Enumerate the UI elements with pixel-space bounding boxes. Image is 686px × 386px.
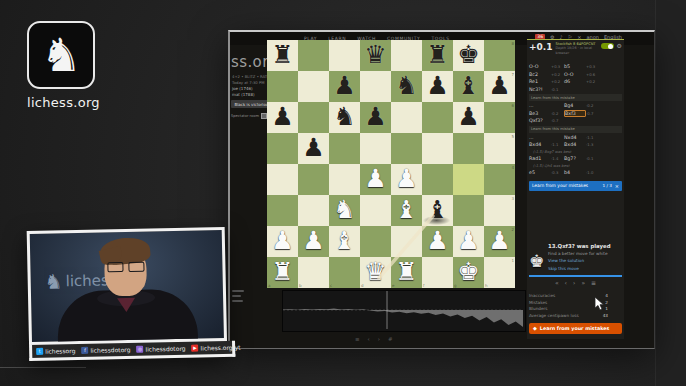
social-handle-youtube[interactable]: ▶lichess.org/yt	[191, 344, 240, 352]
channel-branding: ♞ lichess.org	[27, 21, 97, 110]
stream-frame: ♞ lichess.org PLAYLEARNWATCHCOMMUNITYTOO…	[0, 0, 686, 386]
eval-cell: -1.1	[551, 142, 564, 147]
prev-icon[interactable]: ‹	[368, 336, 370, 342]
chat-message-placeholder	[232, 300, 243, 302]
square-g7[interactable]: ♝	[453, 71, 484, 102]
piece-wr-a1[interactable]: ♜	[267, 257, 298, 288]
square-f3[interactable]: ♝	[422, 195, 453, 226]
eval-cell: -0.2	[551, 111, 564, 116]
move-row: Re1+0.2d6+0.2	[529, 78, 622, 86]
square-d4[interactable]: ♟	[360, 164, 391, 195]
learn-mistakes-banner[interactable]: Learn from your mistakes 1 / 3 ×	[529, 181, 622, 191]
handle-text: lichessorg	[45, 347, 75, 355]
rank-coordinate-7: 7	[511, 72, 514, 77]
square-d1[interactable]: ♛	[360, 257, 391, 288]
piece-bp-b5[interactable]: ♟	[298, 133, 329, 164]
analysis-bottom-toolbar: ≡ ‹ › #	[355, 336, 393, 342]
square-e2[interactable]	[391, 226, 422, 257]
twitter-icon: t	[36, 348, 43, 355]
move-row: Nc3?!-0.1	[529, 86, 622, 94]
prev-move-icon[interactable]: ‹	[565, 279, 567, 286]
square-a1[interactable]: ♜	[267, 257, 298, 288]
move-cell[interactable]: Nxd4	[564, 135, 586, 140]
instagram-icon: ◎	[136, 346, 143, 353]
square-g2[interactable]: ♟	[453, 226, 484, 257]
background-seam-horizontal	[0, 367, 86, 368]
background-panel-right	[655, 0, 686, 386]
square-c6[interactable]: ♞	[329, 102, 360, 133]
move-cell[interactable]: O-O	[564, 72, 586, 77]
piece-bn-e7[interactable]: ♞	[391, 71, 422, 102]
playback-controls: «‹›»≡	[529, 277, 622, 289]
piece-br-a8[interactable]: ♜	[267, 40, 298, 71]
facebook-icon: f	[81, 347, 88, 354]
eval-cell: -0.3	[551, 170, 564, 175]
square-c3[interactable]: ♞	[329, 195, 360, 226]
handle-text: lichessdotorg	[145, 345, 185, 353]
square-d3[interactable]	[360, 195, 391, 226]
summary-value: 1	[605, 306, 608, 311]
piece-wp-a2[interactable]: ♟	[267, 226, 298, 257]
menu-icon[interactable]: ≡	[355, 336, 360, 342]
square-d8[interactable]: ♛	[360, 40, 391, 71]
square-g1[interactable]: ♚	[453, 257, 484, 288]
webcam-video: ♞ lichess.org	[27, 227, 227, 345]
square-h7[interactable]: ♟	[484, 71, 515, 102]
cta-label: Learn from your mistakes	[540, 326, 610, 331]
mouse-cursor	[594, 296, 605, 311]
banner-label: Learn from your mistakes	[532, 183, 588, 188]
eval-cell: -1.0	[586, 170, 599, 175]
square-a4[interactable]	[267, 164, 298, 195]
square-h4[interactable]	[484, 164, 515, 195]
advantage-graph[interactable]	[282, 290, 526, 332]
square-e1[interactable]: ♜	[391, 257, 422, 288]
square-h2[interactable]: ♟	[484, 226, 515, 257]
square-e5[interactable]	[391, 133, 422, 164]
chess-board: ♜♛♜♚♟♞♟♝♟♟♞♟♟♟♟♟♞♝♝♟♟♝♟♟♟♜♛♜♚12345678abc…	[267, 40, 515, 288]
file-coordinate-e: e	[392, 283, 394, 288]
move-row: ...Bg4-0.2	[529, 102, 622, 110]
piece-wb-e3[interactable]: ♝	[391, 195, 422, 226]
square-a5[interactable]	[267, 133, 298, 164]
square-d6[interactable]: ♟	[360, 102, 391, 133]
piece-br-f8[interactable]: ♜	[422, 40, 453, 71]
piece-wp-d4[interactable]: ♟	[360, 164, 391, 195]
rank-coordinate-1: 1	[511, 258, 514, 263]
square-f4[interactable]	[422, 164, 453, 195]
move-row: Rad1-1.4Bg7?-0.1	[529, 155, 622, 163]
summary-value: 43	[603, 313, 608, 318]
lichess-logo-tile: ♞	[27, 21, 95, 89]
piece-wq-d1[interactable]: ♛	[360, 257, 391, 288]
move-cell[interactable]: b5	[564, 64, 586, 69]
eval-cell: -1.4	[551, 156, 564, 161]
black-player-label[interactable]: mat (1788)	[232, 92, 255, 97]
square-a6[interactable]: ♟	[267, 102, 298, 133]
square-a8[interactable]: ♜	[267, 40, 298, 71]
move-row: Bc2+0.2O-O+0.6	[529, 71, 622, 79]
white-king-icon: ♚	[529, 251, 544, 271]
social-handle-instagram[interactable]: ◎lichessdotorg	[136, 345, 185, 353]
square-c4[interactable]	[329, 164, 360, 195]
menu-icon[interactable]: ≡	[591, 279, 596, 286]
piece-wp-g2[interactable]: ♟	[453, 226, 484, 257]
move-cell[interactable]: Be3	[529, 111, 551, 116]
file-coordinate-a: a	[268, 283, 270, 288]
piece-wk-g1[interactable]: ♚	[453, 257, 484, 288]
prompt-instruction: Find a better move for white	[548, 251, 611, 256]
file-coordinate-h: h	[485, 283, 488, 288]
white-player-label[interactable]: joe (1746)	[232, 86, 253, 91]
skip-move-link[interactable]: Skip this move	[548, 266, 611, 271]
square-e6[interactable]	[391, 102, 422, 133]
move-row: ...Nxd4-1.1	[529, 134, 622, 142]
first-move-icon[interactable]: «	[555, 279, 559, 286]
move-cell[interactable]: Re1	[529, 79, 551, 84]
square-c2[interactable]: ♝	[329, 226, 360, 257]
chat-toggle-checkbox[interactable]	[261, 113, 267, 119]
file-coordinate-d: d	[361, 283, 364, 288]
square-e7[interactable]: ♞	[391, 71, 422, 102]
summary-label: Mistakes	[529, 300, 547, 305]
social-handle-facebook[interactable]: flichessdotorg	[81, 346, 130, 354]
square-f8[interactable]: ♜	[422, 40, 453, 71]
streamer-glasses	[107, 262, 144, 272]
move-row: Qxf3?-0.7	[529, 117, 622, 125]
square-h6[interactable]	[484, 102, 515, 133]
move-cell[interactable]: Bg7?	[564, 156, 586, 161]
square-c5[interactable]	[329, 133, 360, 164]
game-date-line: Today at 7:30 PM	[232, 80, 265, 85]
square-a3[interactable]	[267, 195, 298, 226]
move-row: e5-0.3b4-1.0	[529, 169, 622, 177]
move-cell[interactable]: Nc3?!	[529, 87, 551, 92]
view-solution-link[interactable]: View the solution	[548, 258, 611, 263]
piece-bp-f7[interactable]: ♟	[422, 71, 453, 102]
square-b6[interactable]	[298, 102, 329, 133]
eval-cell: -0.1	[551, 87, 564, 92]
move-row: Be3-0.2Bxf3-0.7	[529, 110, 622, 118]
move-cell[interactable]: d6	[564, 79, 586, 84]
square-f5[interactable]	[422, 133, 453, 164]
square-c7[interactable]: ♟	[329, 71, 360, 102]
square-h8[interactable]	[484, 40, 515, 71]
eval-cell: -0.2	[586, 103, 599, 108]
graduation-cap-icon: ◆	[533, 325, 537, 331]
next-move-icon[interactable]: ›	[573, 279, 575, 286]
move-cell[interactable]: b4	[564, 170, 586, 175]
piece-wp-e4[interactable]: ♟	[391, 164, 422, 195]
engine-info: Stockfish 8 64POPCNT Depth 18/26 · in lo…	[555, 42, 597, 55]
summary-label: Average centipawn loss	[529, 313, 579, 318]
square-b4[interactable]	[298, 164, 329, 195]
square-f6[interactable]	[422, 102, 453, 133]
mistake-divider: Learn from this mistake	[529, 126, 622, 133]
eval-cell: +0.6	[586, 72, 599, 77]
square-e3[interactable]: ♝	[391, 195, 422, 226]
piece-wn-c3[interactable]: ♞	[329, 195, 360, 226]
file-coordinate-b: b	[299, 283, 302, 288]
move-cell[interactable]: ...	[529, 135, 551, 140]
square-f1[interactable]	[422, 257, 453, 288]
square-f7[interactable]: ♟	[422, 71, 453, 102]
square-e4[interactable]: ♟	[391, 164, 422, 195]
eval-cell: +0.2	[586, 79, 599, 84]
rank-coordinate-3: 3	[511, 196, 514, 201]
move-cell[interactable]: e5	[529, 170, 551, 175]
square-b7[interactable]	[298, 71, 329, 102]
square-h1[interactable]	[484, 257, 515, 288]
square-g5[interactable]	[453, 133, 484, 164]
square-c8[interactable]	[329, 40, 360, 71]
engine-depth: Depth 18/26 · in local browser	[555, 46, 597, 55]
chat-message-placeholder	[232, 290, 244, 292]
mistake-divider: Learn from this mistake	[529, 94, 622, 101]
eval-cell: -1.3	[586, 142, 599, 147]
piece-wp-h2[interactable]: ♟	[484, 226, 515, 257]
banner-counter: 1 / 3	[602, 183, 611, 188]
engine-eval: +0.1	[529, 42, 552, 52]
analysis-settings-gear-icon[interactable]: ⚙	[617, 42, 622, 49]
square-g4[interactable]	[453, 164, 484, 195]
streamer	[30, 230, 224, 342]
move-table: O-O+0.3b5+0.3Bc2+0.2O-O+0.6Re1+0.2d6+0.2…	[529, 63, 622, 177]
square-a2[interactable]: ♟	[267, 226, 298, 257]
move-cell[interactable]: Bc2	[529, 72, 551, 77]
square-d5[interactable]	[360, 133, 391, 164]
square-g8[interactable]: ♚	[453, 40, 484, 71]
eval-cell: -0.7	[586, 111, 599, 116]
eval-cell: -0.7	[551, 118, 564, 123]
square-d2[interactable]	[360, 226, 391, 257]
file-coordinate-f: f	[423, 283, 424, 288]
square-a7[interactable]	[267, 71, 298, 102]
piece-bn-c6[interactable]: ♞	[329, 102, 360, 133]
square-g3[interactable]	[453, 195, 484, 226]
engine-toggle[interactable]	[601, 43, 614, 49]
square-g6[interactable]: ♟	[453, 102, 484, 133]
youtube-icon: ▶	[191, 345, 198, 352]
rank-coordinate-2: 2	[511, 227, 514, 232]
piece-bp-a6[interactable]: ♟	[267, 102, 298, 133]
eval-cell: +0.3	[551, 64, 564, 69]
summary-value: 4	[605, 293, 608, 298]
share-icon[interactable]: #	[388, 336, 393, 342]
analysis-panel: +0.1 Stockfish 8 64POPCNT Depth 18/26 · …	[527, 39, 624, 339]
summary-row: Average centipawn loss43	[529, 312, 622, 319]
handle-text: lichess.org/yt	[200, 344, 240, 352]
file-coordinate-g: g	[454, 283, 457, 288]
square-b1[interactable]	[298, 257, 329, 288]
played-move-note: 13.Qxf3? was played	[548, 243, 611, 249]
square-e8[interactable]	[391, 40, 422, 71]
piece-bq-d8[interactable]: ♛	[360, 40, 391, 71]
piece-bp-c7[interactable]: ♟	[329, 71, 360, 102]
eval-cell: +0.3	[586, 64, 599, 69]
square-b2[interactable]: ♟	[298, 226, 329, 257]
square-b8[interactable]	[298, 40, 329, 71]
last-move-icon[interactable]: »	[581, 279, 585, 286]
move-cell[interactable]: Bxd4	[529, 142, 551, 147]
knight-logo-icon: ♞	[40, 32, 81, 78]
piece-bb-f3[interactable]: ♝	[422, 195, 453, 226]
square-b3[interactable]	[298, 195, 329, 226]
move-cell[interactable]: Bg4	[564, 103, 586, 108]
webcam-overlay: ♞ lichess.org tlichessorgflichessdotorg◎…	[27, 227, 228, 361]
move-cell[interactable]: Bxf3	[564, 110, 586, 117]
shirt-vneck	[117, 298, 135, 312]
eval-cell: +0.2	[551, 72, 564, 77]
channel-logo-text: lichess.org	[27, 95, 97, 110]
rank-coordinate-6: 6	[511, 103, 514, 108]
eval-cell: -1.1	[586, 135, 599, 140]
piece-wp-f2[interactable]: ♟	[422, 226, 453, 257]
piece-wb-c2[interactable]: ♝	[329, 226, 360, 257]
rank-coordinate-4: 4	[511, 165, 514, 170]
rank-coordinate-5: 5	[511, 134, 514, 139]
square-f2[interactable]: ♟	[422, 226, 453, 257]
square-h5[interactable]	[484, 133, 515, 164]
move-cell[interactable]: Qxf3?	[529, 118, 551, 123]
banner-close-icon[interactable]: ×	[615, 183, 619, 189]
summary-label: Blunders	[529, 306, 547, 311]
eval-cell: -0.1	[586, 156, 599, 161]
square-h3[interactable]	[484, 195, 515, 226]
piece-wp-b2[interactable]: ♟	[298, 226, 329, 257]
rank-coordinate-8: 8	[511, 41, 514, 46]
square-b5[interactable]: ♟	[298, 133, 329, 164]
piece-bp-h7[interactable]: ♟	[484, 71, 515, 102]
learn-mistakes-button[interactable]: ◆ Learn from your mistakes	[529, 323, 622, 334]
social-handle-twitter[interactable]: tlichessorg	[36, 347, 75, 355]
move-cell[interactable]: O-O	[529, 64, 551, 69]
square-d7[interactable]	[360, 71, 391, 102]
piece-bp-d6[interactable]: ♟	[360, 102, 391, 133]
eval-cell: +0.2	[551, 79, 564, 84]
move-row: O-O+0.3b5+0.3	[529, 63, 622, 71]
mistake-prompt: ♚ 13.Qxf3? was played Find a better move…	[529, 199, 622, 277]
engine-header: +0.1 Stockfish 8 64POPCNT Depth 18/26 · …	[529, 42, 622, 62]
piece-wr-e1[interactable]: ♜	[391, 257, 422, 288]
move-cell[interactable]: ...	[529, 103, 551, 108]
move-cell[interactable]: Rad1	[529, 156, 551, 161]
handle-text: lichessdotorg	[90, 346, 130, 354]
summary-label: Inaccuracies	[529, 293, 555, 298]
file-coordinate-c: c	[330, 283, 332, 288]
shared-screen: PLAYLEARNWATCHCOMMUNITYTOOLS 36 ⚙ ♪ ⚐ × …	[228, 30, 655, 349]
summary-value: 2	[605, 300, 608, 305]
piece-bb-g7[interactable]: ♝	[453, 71, 484, 102]
piece-bp-g6[interactable]: ♟	[453, 102, 484, 133]
chat-message-placeholder	[232, 295, 241, 297]
move-cell[interactable]: Bxd4	[564, 142, 586, 147]
analysis-summary: Inaccuracies4Mistakes2Blunders1Average c…	[529, 293, 622, 319]
next-icon[interactable]: ›	[378, 336, 380, 342]
square-c1[interactable]	[329, 257, 360, 288]
spectator-room-label: Spectator room	[231, 114, 259, 118]
piece-bk-g8[interactable]: ♚	[453, 40, 484, 71]
move-row: Bxd4-1.1Bxd4-1.3	[529, 141, 622, 149]
